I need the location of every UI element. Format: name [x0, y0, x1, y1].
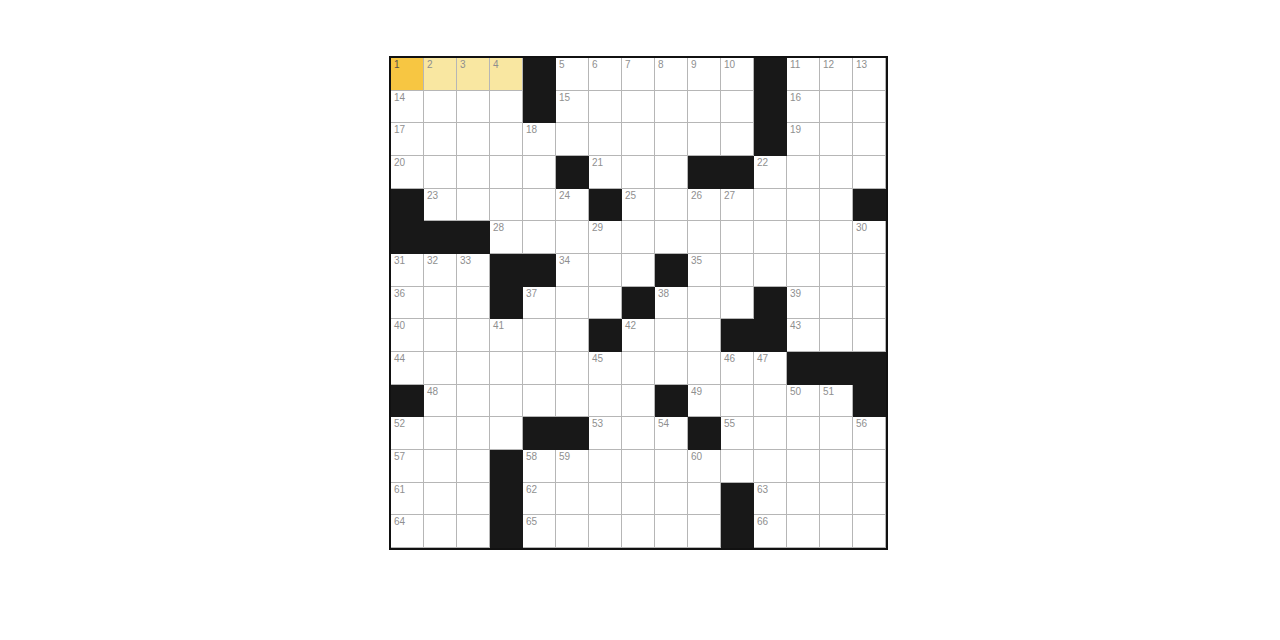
black-cell	[556, 417, 589, 450]
grid-cell[interactable]: 48	[424, 385, 457, 418]
clue-number: 30	[856, 222, 867, 233]
grid-cell[interactable]	[655, 221, 688, 254]
grid-cell[interactable]: 16	[787, 91, 820, 124]
clue-number: 11	[790, 59, 800, 70]
grid-cell[interactable]	[622, 417, 655, 450]
grid-cell[interactable]	[424, 123, 457, 156]
page-background: 1234567891011121314151617181920212223242…	[0, 0, 1280, 640]
grid-cell[interactable]	[424, 450, 457, 483]
grid-cell[interactable]: 2	[424, 58, 457, 91]
clue-number: 60	[691, 451, 702, 462]
grid-cell[interactable]: 60	[688, 450, 721, 483]
grid-cell[interactable]	[457, 515, 490, 548]
clue-number: 28	[493, 222, 504, 233]
grid-cell[interactable]: 29	[589, 221, 622, 254]
grid-cell[interactable]	[820, 483, 853, 516]
black-cell	[622, 287, 655, 320]
clue-number: 19	[790, 124, 801, 135]
selected-cell[interactable]: 1	[391, 58, 424, 91]
grid-cell[interactable]: 53	[589, 417, 622, 450]
grid-cell[interactable]: 9	[688, 58, 721, 91]
grid-cell[interactable]	[688, 515, 721, 548]
grid-cell[interactable]	[556, 352, 589, 385]
grid-cell[interactable]	[457, 91, 490, 124]
clue-number: 17	[394, 124, 405, 135]
grid-cell[interactable]	[820, 123, 853, 156]
grid-cell[interactable]: 44	[391, 352, 424, 385]
grid-cell[interactable]: 23	[424, 189, 457, 222]
grid-cell[interactable]	[688, 91, 721, 124]
grid-cell[interactable]: 57	[391, 450, 424, 483]
black-cell	[523, 417, 556, 450]
grid-cell[interactable]	[523, 189, 556, 222]
grid-cell[interactable]: 12	[820, 58, 853, 91]
grid-cell[interactable]: 43	[787, 319, 820, 352]
grid-cell[interactable]	[688, 483, 721, 516]
clue-number: 63	[757, 484, 768, 495]
grid-cell[interactable]	[622, 483, 655, 516]
grid-cell[interactable]	[655, 91, 688, 124]
grid-cell[interactable]	[490, 123, 523, 156]
grid-cell[interactable]	[589, 385, 622, 418]
clue-number: 64	[394, 516, 405, 527]
grid-cell[interactable]	[424, 287, 457, 320]
clue-number: 25	[625, 190, 636, 201]
grid-cell[interactable]	[589, 287, 622, 320]
grid-cell[interactable]	[688, 319, 721, 352]
grid-cell[interactable]: 55	[721, 417, 754, 450]
grid-cell[interactable]	[424, 319, 457, 352]
grid-cell[interactable]	[787, 483, 820, 516]
clue-number: 58	[526, 451, 537, 462]
grid-cell[interactable]	[820, 450, 853, 483]
grid-cell[interactable]: 54	[655, 417, 688, 450]
black-cell	[490, 254, 523, 287]
black-cell	[754, 58, 787, 91]
grid-cell[interactable]	[622, 515, 655, 548]
grid-cell[interactable]	[622, 352, 655, 385]
grid-cell[interactable]: 47	[754, 352, 787, 385]
black-cell	[490, 450, 523, 483]
grid-cell[interactable]: 39	[787, 287, 820, 320]
grid-cell[interactable]	[523, 352, 556, 385]
grid-cell[interactable]	[853, 123, 886, 156]
grid-cell[interactable]: 46	[721, 352, 754, 385]
grid-cell[interactable]: 42	[622, 319, 655, 352]
grid-cell[interactable]: 50	[787, 385, 820, 418]
grid-cell[interactable]	[820, 287, 853, 320]
grid-cell[interactable]: 33	[457, 254, 490, 287]
black-cell	[391, 385, 424, 418]
black-cell	[754, 287, 787, 320]
grid-cell[interactable]: 52	[391, 417, 424, 450]
black-cell	[820, 352, 853, 385]
clue-number: 12	[823, 59, 834, 70]
grid-cell[interactable]: 63	[754, 483, 787, 516]
grid-cell[interactable]	[424, 515, 457, 548]
grid-cell[interactable]: 10	[721, 58, 754, 91]
clue-number: 66	[757, 516, 768, 527]
grid-cell[interactable]: 5	[556, 58, 589, 91]
grid-cell[interactable]	[556, 287, 589, 320]
grid-cell[interactable]: 40	[391, 319, 424, 352]
clue-number: 55	[724, 418, 735, 429]
grid-cell[interactable]: 26	[688, 189, 721, 222]
grid-cell[interactable]	[655, 352, 688, 385]
black-cell	[424, 221, 457, 254]
clue-number: 50	[790, 386, 801, 397]
grid-cell[interactable]	[688, 123, 721, 156]
grid-cell[interactable]	[556, 385, 589, 418]
grid-cell[interactable]	[622, 450, 655, 483]
grid-cell[interactable]: 19	[787, 123, 820, 156]
grid-cell[interactable]	[787, 417, 820, 450]
grid-cell[interactable]	[490, 91, 523, 124]
grid-cell[interactable]	[721, 221, 754, 254]
grid-cell[interactable]	[589, 450, 622, 483]
grid-cell[interactable]	[820, 417, 853, 450]
black-cell	[523, 58, 556, 91]
grid-cell[interactable]: 15	[556, 91, 589, 124]
grid-cell[interactable]	[853, 254, 886, 287]
grid-cell[interactable]	[655, 156, 688, 189]
grid-cell[interactable]	[490, 417, 523, 450]
clue-number: 54	[658, 418, 669, 429]
grid-cell[interactable]	[721, 385, 754, 418]
clue-number: 38	[658, 288, 669, 299]
grid-cell[interactable]: 31	[391, 254, 424, 287]
grid-cell[interactable]	[820, 189, 853, 222]
grid-cell[interactable]	[457, 287, 490, 320]
clue-number: 29	[592, 222, 603, 233]
grid-cell[interactable]	[457, 483, 490, 516]
grid-cell[interactable]: 35	[688, 254, 721, 287]
grid-cell[interactable]	[754, 450, 787, 483]
grid-cell[interactable]	[754, 254, 787, 287]
clue-number: 45	[592, 353, 603, 364]
grid-cell[interactable]	[688, 287, 721, 320]
black-cell	[853, 352, 886, 385]
grid-cell[interactable]	[457, 352, 490, 385]
grid-cell[interactable]	[787, 450, 820, 483]
grid-cell[interactable]	[556, 515, 589, 548]
grid-cell[interactable]	[754, 221, 787, 254]
black-cell	[721, 515, 754, 548]
crossword-board: 1234567891011121314151617181920212223242…	[389, 56, 888, 550]
grid-cell[interactable]	[820, 221, 853, 254]
grid-cell[interactable]	[523, 319, 556, 352]
grid-cell[interactable]	[787, 189, 820, 222]
grid-cell[interactable]	[424, 91, 457, 124]
black-cell	[688, 417, 721, 450]
grid-cell[interactable]	[820, 156, 853, 189]
grid-cell[interactable]	[589, 483, 622, 516]
grid-cell[interactable]: 61	[391, 483, 424, 516]
grid-cell[interactable]	[424, 417, 457, 450]
clue-number: 32	[427, 255, 438, 266]
grid-cell[interactable]	[457, 450, 490, 483]
grid-cell[interactable]	[787, 221, 820, 254]
grid-cell[interactable]	[523, 156, 556, 189]
grid-cell[interactable]	[853, 91, 886, 124]
grid-cell[interactable]	[622, 254, 655, 287]
grid-cell[interactable]: 14	[391, 91, 424, 124]
grid-cell[interactable]: 27	[721, 189, 754, 222]
grid-cell[interactable]	[457, 417, 490, 450]
grid-cell[interactable]	[853, 319, 886, 352]
grid-cell[interactable]	[721, 91, 754, 124]
clue-number: 43	[790, 320, 801, 331]
clue-number: 18	[526, 124, 537, 135]
clue-number: 26	[691, 190, 702, 201]
grid-cell[interactable]	[622, 221, 655, 254]
grid-cell[interactable]	[556, 319, 589, 352]
grid-cell[interactable]	[622, 91, 655, 124]
black-cell	[754, 91, 787, 124]
clue-number: 33	[460, 255, 471, 266]
grid-cell[interactable]: 36	[391, 287, 424, 320]
grid-cell[interactable]	[655, 450, 688, 483]
grid-cell[interactable]: 4	[490, 58, 523, 91]
grid-cell[interactable]	[721, 450, 754, 483]
clue-number: 62	[526, 484, 537, 495]
grid-cell[interactable]	[424, 352, 457, 385]
clue-number: 7	[625, 59, 631, 70]
black-cell	[754, 123, 787, 156]
grid-cell[interactable]	[721, 287, 754, 320]
black-cell	[589, 189, 622, 222]
grid-cell[interactable]: 21	[589, 156, 622, 189]
clue-number: 37	[526, 288, 537, 299]
clue-number: 10	[724, 59, 735, 70]
grid-cell[interactable]	[424, 156, 457, 189]
grid-cell[interactable]: 25	[622, 189, 655, 222]
grid-cell[interactable]: 49	[688, 385, 721, 418]
black-cell	[721, 319, 754, 352]
grid-cell[interactable]: 51	[820, 385, 853, 418]
black-cell	[490, 287, 523, 320]
clue-number: 47	[757, 353, 768, 364]
clue-number: 35	[691, 255, 702, 266]
clue-number: 39	[790, 288, 801, 299]
grid-cell[interactable]: 59	[556, 450, 589, 483]
black-cell	[523, 91, 556, 124]
clue-number: 6	[592, 59, 598, 70]
clue-number: 48	[427, 386, 438, 397]
grid-cell[interactable]	[589, 91, 622, 124]
grid-cell[interactable]: 20	[391, 156, 424, 189]
grid-cell[interactable]: 34	[556, 254, 589, 287]
grid-cell[interactable]: 6	[589, 58, 622, 91]
grid-cell[interactable]	[721, 123, 754, 156]
clue-number: 44	[394, 353, 405, 364]
clue-number: 41	[493, 320, 504, 331]
grid-cell[interactable]: 37	[523, 287, 556, 320]
grid-cell[interactable]: 38	[655, 287, 688, 320]
clue-number: 5	[559, 59, 565, 70]
grid-cell[interactable]	[523, 385, 556, 418]
clue-number: 49	[691, 386, 702, 397]
clue-number: 20	[394, 157, 405, 168]
black-cell	[490, 515, 523, 548]
clue-number: 42	[625, 320, 636, 331]
clue-number: 2	[427, 59, 433, 70]
clue-number: 36	[394, 288, 405, 299]
grid-cell[interactable]	[490, 352, 523, 385]
grid-cell[interactable]	[853, 483, 886, 516]
grid-cell[interactable]	[655, 123, 688, 156]
grid-cell[interactable]	[556, 221, 589, 254]
black-cell	[589, 319, 622, 352]
grid-cell[interactable]: 7	[622, 58, 655, 91]
grid-cell[interactable]	[523, 221, 556, 254]
clue-number: 31	[394, 255, 405, 266]
black-cell	[490, 483, 523, 516]
grid-cell[interactable]: 62	[523, 483, 556, 516]
grid-cell[interactable]: 3	[457, 58, 490, 91]
grid-cell[interactable]	[622, 156, 655, 189]
grid-cell[interactable]: 65	[523, 515, 556, 548]
clue-number: 53	[592, 418, 603, 429]
grid-cell[interactable]: 11	[787, 58, 820, 91]
grid-cell[interactable]	[754, 189, 787, 222]
grid-cell[interactable]	[754, 417, 787, 450]
clue-number: 65	[526, 516, 537, 527]
grid-cell[interactable]	[490, 189, 523, 222]
clue-number: 51	[823, 386, 834, 397]
grid-cell[interactable]	[853, 156, 886, 189]
grid-cell[interactable]	[457, 319, 490, 352]
grid-cell[interactable]	[754, 385, 787, 418]
black-cell	[754, 319, 787, 352]
clue-number: 13	[856, 59, 867, 70]
clue-number: 61	[394, 484, 405, 495]
clue-number: 59	[559, 451, 570, 462]
grid-cell[interactable]	[820, 515, 853, 548]
grid-cell[interactable]: 30	[853, 221, 886, 254]
grid-cell[interactable]	[589, 254, 622, 287]
grid-cell[interactable]: 45	[589, 352, 622, 385]
grid-cell[interactable]: 17	[391, 123, 424, 156]
black-cell	[688, 156, 721, 189]
grid-cell[interactable]: 56	[853, 417, 886, 450]
grid-cell[interactable]	[688, 221, 721, 254]
grid-cell[interactable]: 13	[853, 58, 886, 91]
grid-cell[interactable]	[589, 515, 622, 548]
grid-cell[interactable]	[457, 189, 490, 222]
grid-cell[interactable]	[589, 123, 622, 156]
grid-cell[interactable]	[787, 156, 820, 189]
clue-number: 34	[559, 255, 570, 266]
clue-number: 8	[658, 59, 664, 70]
grid-cell[interactable]	[556, 483, 589, 516]
black-cell	[853, 189, 886, 222]
grid-cell[interactable]	[688, 352, 721, 385]
clue-number: 27	[724, 190, 735, 201]
clue-number: 23	[427, 190, 438, 201]
grid-cell[interactable]	[655, 319, 688, 352]
grid-cell[interactable]	[820, 91, 853, 124]
grid-cell[interactable]	[490, 156, 523, 189]
grid-cell[interactable]: 66	[754, 515, 787, 548]
grid-cell[interactable]: 64	[391, 515, 424, 548]
grid-cell[interactable]	[457, 123, 490, 156]
black-cell	[391, 221, 424, 254]
black-cell	[523, 254, 556, 287]
clue-number: 14	[394, 92, 405, 103]
clue-number: 57	[394, 451, 405, 462]
grid-cell[interactable]	[424, 483, 457, 516]
grid-cell[interactable]: 8	[655, 58, 688, 91]
clue-number: 22	[757, 157, 768, 168]
black-cell	[655, 254, 688, 287]
grid-cell[interactable]	[820, 254, 853, 287]
grid-cell[interactable]	[820, 319, 853, 352]
grid-cell[interactable]: 41	[490, 319, 523, 352]
grid-cell[interactable]	[556, 123, 589, 156]
clue-number: 56	[856, 418, 867, 429]
grid-cell[interactable]: 22	[754, 156, 787, 189]
clue-number: 9	[691, 59, 697, 70]
grid-cell[interactable]	[490, 385, 523, 418]
black-cell	[787, 352, 820, 385]
grid-cell[interactable]	[655, 515, 688, 548]
black-cell	[556, 156, 589, 189]
grid-cell[interactable]	[655, 189, 688, 222]
black-cell	[721, 483, 754, 516]
grid-cell[interactable]: 24	[556, 189, 589, 222]
grid-cell[interactable]	[853, 515, 886, 548]
black-cell	[457, 221, 490, 254]
grid-cell[interactable]	[787, 254, 820, 287]
grid-cell[interactable]	[622, 123, 655, 156]
clue-number: 24	[559, 190, 570, 201]
grid-cell[interactable]	[853, 450, 886, 483]
black-cell	[721, 156, 754, 189]
clue-number: 3	[460, 59, 466, 70]
grid-cell[interactable]	[457, 385, 490, 418]
grid-cell[interactable]: 32	[424, 254, 457, 287]
clue-number: 40	[394, 320, 405, 331]
clue-number: 52	[394, 418, 405, 429]
grid-cell[interactable]	[457, 156, 490, 189]
grid-cell[interactable]	[655, 483, 688, 516]
grid-cell[interactable]	[622, 385, 655, 418]
black-cell	[853, 385, 886, 418]
grid-cell[interactable]: 28	[490, 221, 523, 254]
clue-number: 1	[394, 59, 400, 70]
clue-number: 4	[493, 59, 499, 70]
black-cell	[655, 385, 688, 418]
clue-number: 46	[724, 353, 735, 364]
grid-cell[interactable]	[853, 287, 886, 320]
clue-number: 21	[592, 157, 603, 168]
grid-cell[interactable]	[721, 254, 754, 287]
grid-cell[interactable]: 58	[523, 450, 556, 483]
clue-number: 16	[790, 92, 801, 103]
black-cell	[391, 189, 424, 222]
grid-cell[interactable]: 18	[523, 123, 556, 156]
clue-number: 15	[559, 92, 570, 103]
grid-cell[interactable]	[787, 515, 820, 548]
